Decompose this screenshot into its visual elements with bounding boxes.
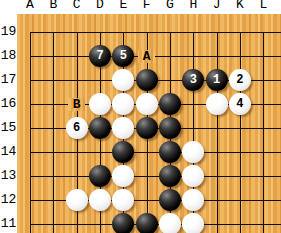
col-label-K: K — [230, 0, 250, 12]
col-label-H: H — [183, 0, 203, 12]
stone-black-G15 — [159, 117, 181, 139]
stone-white-C12 — [66, 189, 88, 211]
col-label-A: A — [20, 0, 40, 12]
col-label-F: F — [137, 0, 157, 12]
stone-white-H11 — [182, 213, 204, 233]
row-label-17: 17 — [0, 73, 17, 87]
row-label-14: 14 — [0, 145, 17, 159]
stone-white-J16 — [206, 93, 228, 115]
stone-black-E11 — [112, 213, 134, 233]
stone-white-D12 — [89, 189, 111, 211]
stone-white-G11 — [159, 213, 181, 233]
go-diagram: ABCDEFGHJKL 191817161514131211 AB7531246 — [0, 0, 281, 233]
stone-black-F17 — [136, 69, 158, 91]
row-label-11: 11 — [0, 217, 17, 231]
col-label-B: B — [43, 0, 63, 12]
stone-white-K17: 2 — [229, 69, 251, 91]
stone-black-G14 — [159, 141, 181, 163]
stone-white-D16 — [89, 93, 111, 115]
point-label-B: B — [68, 98, 85, 111]
stone-black-G12 — [159, 189, 181, 211]
row-label-15: 15 — [0, 121, 17, 135]
stone-black-G13 — [159, 165, 181, 187]
stone-black-G16 — [159, 93, 181, 115]
col-label-L: L — [253, 0, 273, 12]
row-label-12: 12 — [0, 193, 17, 207]
stone-black-F15 — [136, 117, 158, 139]
point-label-A: A — [138, 50, 155, 63]
row-label-18: 18 — [0, 49, 17, 63]
stone-black-D18: 7 — [89, 45, 111, 67]
col-label-J: J — [207, 0, 227, 12]
stone-white-C15: 6 — [66, 117, 88, 139]
stone-black-J17: 1 — [206, 69, 228, 91]
col-label-E: E — [113, 0, 133, 12]
stone-black-D13 — [89, 165, 111, 187]
stone-white-F16 — [136, 93, 158, 115]
col-label-D: D — [90, 0, 110, 12]
go-board[interactable]: AB7531246 — [17, 14, 281, 233]
row-label-16: 16 — [0, 97, 17, 111]
row-label-13: 13 — [0, 169, 17, 183]
stone-white-K16: 4 — [229, 93, 251, 115]
stone-black-F11 — [136, 213, 158, 233]
col-label-C: C — [67, 0, 87, 12]
col-label-G: G — [160, 0, 180, 12]
stone-black-D15 — [89, 117, 111, 139]
row-label-19: 19 — [0, 25, 17, 39]
